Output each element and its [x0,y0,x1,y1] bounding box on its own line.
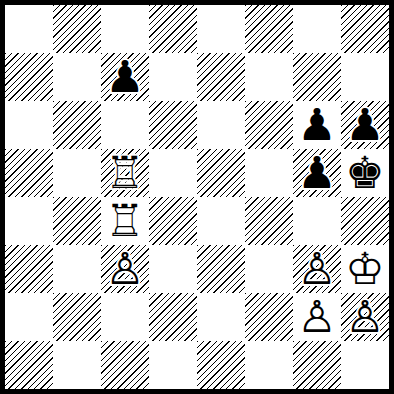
square-h8[interactable] [341,5,389,53]
square-e7[interactable] [197,53,245,101]
square-h6[interactable]: ♟ [341,101,389,149]
square-g2[interactable]: ♙ [293,293,341,341]
square-a5[interactable] [5,149,53,197]
square-e4[interactable] [197,197,245,245]
square-d7[interactable] [149,53,197,101]
white-pawn-h2[interactable]: ♙ [345,293,384,341]
square-h3[interactable]: ♔ [341,245,389,293]
square-g5[interactable]: ♟ [293,149,341,197]
square-b6[interactable] [53,101,101,149]
square-a6[interactable] [5,101,53,149]
square-f4[interactable] [245,197,293,245]
square-c8[interactable] [101,5,149,53]
square-g6[interactable]: ♟ [293,101,341,149]
square-c6[interactable] [101,101,149,149]
square-f1[interactable] [245,341,293,389]
square-e6[interactable] [197,101,245,149]
square-g8[interactable] [293,5,341,53]
square-h7[interactable] [341,53,389,101]
square-d8[interactable] [149,5,197,53]
square-b8[interactable] [53,5,101,53]
square-d3[interactable] [149,245,197,293]
square-d1[interactable] [149,341,197,389]
square-f8[interactable] [245,5,293,53]
square-h2[interactable]: ♙ [341,293,389,341]
square-b5[interactable] [53,149,101,197]
square-a2[interactable] [5,293,53,341]
square-b1[interactable] [53,341,101,389]
square-b4[interactable] [53,197,101,245]
square-a3[interactable] [5,245,53,293]
square-a8[interactable] [5,5,53,53]
square-b3[interactable] [53,245,101,293]
square-c1[interactable] [101,341,149,389]
square-e8[interactable] [197,5,245,53]
square-f7[interactable] [245,53,293,101]
square-f2[interactable] [245,293,293,341]
square-g3[interactable]: ♙ [293,245,341,293]
black-pawn-c7[interactable]: ♟ [105,53,144,101]
square-b2[interactable] [53,293,101,341]
white-rook-c5[interactable]: ♖ [105,149,144,197]
chess-board: ♟♟♟♖♟♚♖♙♙♔♙♙ [5,5,389,389]
square-c4[interactable]: ♖ [101,197,149,245]
square-f6[interactable] [245,101,293,149]
square-e3[interactable] [197,245,245,293]
square-g7[interactable] [293,53,341,101]
square-g1[interactable] [293,341,341,389]
white-rook-c4[interactable]: ♖ [105,197,144,245]
square-e1[interactable] [197,341,245,389]
black-pawn-g6[interactable]: ♟ [297,101,336,149]
square-a4[interactable] [5,197,53,245]
white-pawn-g3[interactable]: ♙ [297,245,336,293]
square-a7[interactable] [5,53,53,101]
square-e2[interactable] [197,293,245,341]
square-c7[interactable]: ♟ [101,53,149,101]
square-d2[interactable] [149,293,197,341]
square-d5[interactable] [149,149,197,197]
square-h1[interactable] [341,341,389,389]
black-king-h5[interactable]: ♚ [345,149,384,197]
square-g4[interactable] [293,197,341,245]
square-c2[interactable] [101,293,149,341]
square-h5[interactable]: ♚ [341,149,389,197]
black-pawn-g5[interactable]: ♟ [297,149,336,197]
square-e5[interactable] [197,149,245,197]
white-pawn-g2[interactable]: ♙ [297,293,336,341]
square-h4[interactable] [341,197,389,245]
square-a1[interactable] [5,341,53,389]
square-d6[interactable] [149,101,197,149]
square-d4[interactable] [149,197,197,245]
square-f3[interactable] [245,245,293,293]
white-pawn-c3[interactable]: ♙ [105,245,144,293]
square-c3[interactable]: ♙ [101,245,149,293]
board-frame: ♟♟♟♖♟♚♖♙♙♔♙♙ [0,0,394,394]
white-king-h3[interactable]: ♔ [345,245,384,293]
square-c5[interactable]: ♖ [101,149,149,197]
square-f5[interactable] [245,149,293,197]
square-b7[interactable] [53,53,101,101]
black-pawn-h6[interactable]: ♟ [345,101,384,149]
